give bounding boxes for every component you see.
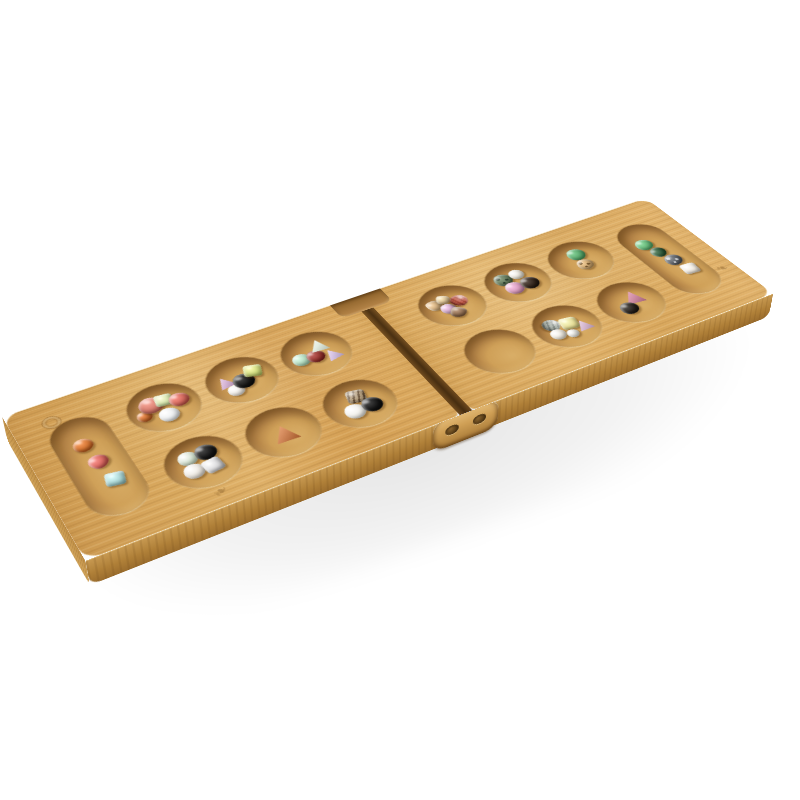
pit-far-2[interactable] — [194, 349, 290, 411]
stone-black-onyx — [357, 394, 387, 413]
stone-dark-obsidian — [616, 300, 643, 316]
stone-red-carnelian — [165, 390, 193, 408]
stone-clear-quartz — [156, 405, 184, 424]
store-left — [42, 410, 158, 523]
stone-gray-crystal — [200, 456, 227, 475]
stone-highlight — [566, 331, 571, 334]
stone-highlight — [426, 303, 432, 307]
stone-aqua-blue — [104, 470, 127, 487]
stone-highlight — [88, 458, 96, 464]
stone-highlight — [178, 454, 186, 459]
stone-white-quartz — [340, 401, 370, 421]
pit-near-1[interactable] — [153, 427, 255, 498]
stone-highlight — [664, 256, 671, 260]
stone-orange-aventurine — [266, 421, 303, 446]
stone-highlight — [560, 319, 567, 323]
stone-tree-agate — [173, 449, 201, 468]
stone-highlight — [508, 271, 514, 274]
pit-far-3[interactable] — [269, 324, 364, 383]
stone-highlight — [142, 400, 150, 405]
stone-highlight — [682, 265, 689, 268]
pit-near-2[interactable] — [233, 399, 334, 466]
stone-highlight — [635, 242, 642, 246]
engraving-leaf-icon: ❧ — [208, 483, 233, 499]
stone-highlight — [345, 406, 354, 411]
stone-highlight — [347, 392, 354, 396]
engraving-circle-icon — [39, 414, 65, 432]
stone-highlight — [228, 386, 235, 390]
stone-highlight — [204, 461, 212, 466]
stone-highlight — [195, 447, 204, 453]
stone-highlight — [108, 474, 115, 478]
stone-white-quartz — [224, 382, 247, 397]
stone-aqua-aventurine — [288, 352, 314, 368]
stone-highlight — [185, 466, 194, 471]
stone-highlight — [550, 331, 557, 335]
stone-pale-green-serpentine — [152, 393, 174, 408]
stone-highlight — [550, 321, 557, 325]
stone-highlight — [453, 308, 458, 310]
stone-highlight — [170, 395, 178, 400]
hinge-pin-icon — [445, 423, 459, 437]
stone-zebra-jasper — [343, 388, 368, 404]
stone-highlight — [361, 399, 370, 404]
stone-cherry-quartz-red — [83, 452, 112, 472]
stone-highlight — [576, 261, 583, 265]
stone-highlight — [160, 410, 168, 415]
stone-black-onyx — [229, 371, 259, 390]
stone-highlight — [505, 284, 513, 288]
stone-highlight — [292, 356, 300, 360]
stone-highlight — [436, 297, 441, 300]
stone-black-obsidian — [190, 442, 220, 463]
stone-highlight — [566, 251, 574, 255]
stone-amber — [134, 410, 155, 424]
stone-white-howlite — [678, 262, 701, 275]
hinge-pin-icon — [473, 412, 486, 426]
stone-highlight — [440, 305, 447, 309]
stone-lilac-amethyst — [211, 374, 238, 391]
stone-brown-jasper-chip — [450, 307, 467, 317]
stone-highlight — [520, 279, 528, 283]
stone-highlight — [456, 295, 463, 299]
stone-carnelian-orange — [70, 437, 94, 455]
stone-white-quartz — [180, 461, 209, 481]
pit-near-3[interactable] — [311, 372, 410, 436]
stone-highlight — [307, 352, 315, 356]
stone-highlight — [620, 304, 628, 308]
stone-highlight — [650, 250, 656, 254]
stone-highlight — [234, 376, 243, 381]
product-photo-scene: ❧ ❧ — [0, 0, 800, 800]
stone-highlight — [493, 276, 501, 280]
pit-far-1[interactable] — [116, 375, 213, 440]
stone-highlight — [246, 366, 252, 369]
stone-highlight — [155, 396, 162, 400]
stone-highlight — [137, 413, 143, 417]
stone-white-small — [564, 328, 582, 339]
stone-yellow-green-serpentine — [242, 364, 263, 378]
stone-salmon-jasper — [138, 396, 165, 415]
stone-highlight — [75, 440, 82, 445]
